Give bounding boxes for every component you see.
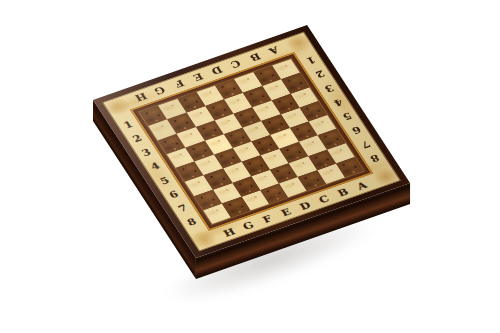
corner-marble-decoration — [370, 165, 400, 187]
corner-marble-decoration — [102, 95, 132, 117]
corner-marble-decoration — [189, 229, 219, 251]
corner-marble-decoration — [283, 32, 313, 54]
chessboard-product-photo: HGFEDCBA HGFEDCBA 12345678 12345678 — [0, 0, 500, 333]
